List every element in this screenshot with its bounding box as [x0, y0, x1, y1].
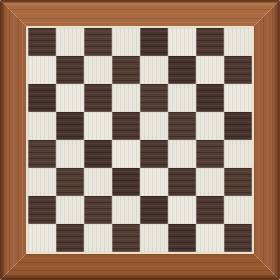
board-square[interactable] [56, 140, 84, 168]
board-square[interactable] [28, 112, 56, 140]
chess-board [0, 0, 280, 280]
board-square[interactable] [140, 28, 168, 56]
board-square[interactable] [112, 28, 140, 56]
board-square[interactable] [196, 140, 224, 168]
board-square[interactable] [196, 112, 224, 140]
board-square[interactable] [224, 56, 252, 84]
board-square[interactable] [140, 140, 168, 168]
board-square[interactable] [224, 28, 252, 56]
board-square[interactable] [112, 56, 140, 84]
board-square[interactable] [84, 84, 112, 112]
board-square[interactable] [84, 196, 112, 224]
board-square[interactable] [140, 168, 168, 196]
board-square[interactable] [140, 196, 168, 224]
board-frame-top [0, 0, 280, 26]
board-square[interactable] [224, 168, 252, 196]
board-square[interactable] [224, 112, 252, 140]
board-square[interactable] [84, 168, 112, 196]
board-frame-bottom [0, 254, 280, 280]
board-square[interactable] [168, 168, 196, 196]
board-square[interactable] [56, 112, 84, 140]
board-square[interactable] [168, 140, 196, 168]
board-square[interactable] [56, 56, 84, 84]
board-square[interactable] [56, 168, 84, 196]
board-square[interactable] [28, 196, 56, 224]
board-square[interactable] [168, 112, 196, 140]
board-square[interactable] [28, 224, 56, 252]
board-square[interactable] [112, 112, 140, 140]
board-square[interactable] [196, 196, 224, 224]
board-square[interactable] [28, 140, 56, 168]
board-square[interactable] [168, 56, 196, 84]
board-square[interactable] [140, 56, 168, 84]
board-square[interactable] [56, 196, 84, 224]
board-square[interactable] [224, 196, 252, 224]
board-square[interactable] [84, 224, 112, 252]
board-square[interactable] [168, 224, 196, 252]
board-square[interactable] [168, 28, 196, 56]
board-square[interactable] [224, 224, 252, 252]
board-frame-right [254, 0, 280, 280]
board-square[interactable] [168, 84, 196, 112]
board-square[interactable] [112, 168, 140, 196]
board-square[interactable] [112, 224, 140, 252]
board-frame-left [0, 0, 26, 280]
board-square[interactable] [28, 56, 56, 84]
board-square[interactable] [112, 84, 140, 112]
board-square[interactable] [196, 168, 224, 196]
board-square[interactable] [56, 224, 84, 252]
board-square[interactable] [56, 28, 84, 56]
board-square[interactable] [140, 84, 168, 112]
board-squares [28, 28, 252, 252]
board-square[interactable] [28, 84, 56, 112]
board-square[interactable] [196, 28, 224, 56]
board-square[interactable] [224, 140, 252, 168]
board-square[interactable] [140, 112, 168, 140]
board-square[interactable] [56, 84, 84, 112]
board-square[interactable] [84, 112, 112, 140]
board-square[interactable] [224, 84, 252, 112]
board-square[interactable] [112, 140, 140, 168]
board-square[interactable] [84, 28, 112, 56]
board-square[interactable] [196, 84, 224, 112]
board-square[interactable] [84, 140, 112, 168]
board-square[interactable] [168, 196, 196, 224]
board-square[interactable] [196, 56, 224, 84]
board-square[interactable] [28, 168, 56, 196]
board-square[interactable] [140, 224, 168, 252]
board-square[interactable] [196, 224, 224, 252]
board-square[interactable] [84, 56, 112, 84]
board-square[interactable] [28, 28, 56, 56]
board-square[interactable] [112, 196, 140, 224]
